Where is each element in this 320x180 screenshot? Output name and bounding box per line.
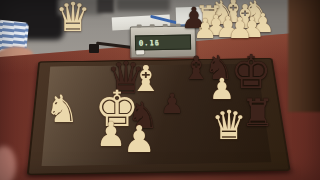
photo-stage: 0.11 0.16 ♝♞♚♛♟♞♜♝♟♞♚♟♟♛♛♟♜♞♝♝♞♟♟♟♟♟♟ bbox=[0, 0, 320, 180]
wooden-chair-pillar bbox=[288, 0, 320, 112]
clock-button bbox=[176, 24, 181, 27]
clock-button bbox=[163, 24, 168, 27]
clock-front-buttons bbox=[136, 50, 190, 56]
clock-rocker-lever bbox=[186, 24, 191, 27]
clock-lcd-display: 0.11 0.16 bbox=[135, 35, 191, 51]
clock-button bbox=[150, 24, 155, 27]
chess-board-frame bbox=[27, 58, 291, 175]
chess-clock: 0.11 0.16 bbox=[130, 25, 197, 58]
cable-connector bbox=[89, 44, 99, 53]
background-object bbox=[97, 0, 114, 13]
clock-right-time: 0.16 bbox=[139, 39, 160, 47]
background-object bbox=[256, 0, 290, 38]
clock-front-button bbox=[136, 50, 144, 54]
clock-button bbox=[137, 24, 142, 27]
chess-board-grid bbox=[42, 63, 272, 166]
background-object bbox=[116, 0, 170, 11]
background-object bbox=[58, 0, 102, 15]
